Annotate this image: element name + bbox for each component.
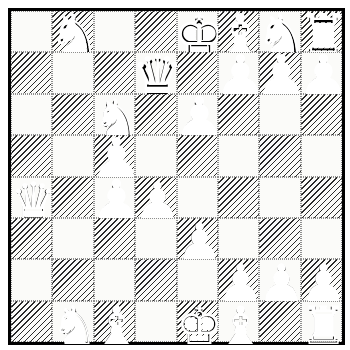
square-e4[interactable] (177, 177, 218, 218)
square-c4[interactable]: ♟♟ (94, 177, 135, 218)
square-b6[interactable] (52, 94, 93, 135)
square-a6[interactable] (11, 94, 52, 135)
white-knight-icon: ♘ (52, 301, 97, 350)
piece-black-pawn: ♟♟ (94, 177, 135, 218)
piece-black-king: ♚♚ (177, 11, 218, 52)
square-f2[interactable]: ♟♙ (218, 259, 259, 300)
square-e1[interactable]: ♚♔ (177, 301, 218, 342)
square-a3[interactable] (11, 218, 52, 259)
square-a8[interactable] (11, 11, 52, 52)
piece-white-knight: ♞♘ (94, 94, 135, 135)
square-h1[interactable]: ♜♖ (301, 301, 342, 342)
piece-black-pawn: ♟♟ (177, 94, 218, 135)
square-c2[interactable] (94, 259, 135, 300)
piece-white-pawn: ♟♙ (135, 177, 176, 218)
square-c3[interactable] (94, 218, 135, 259)
square-h2[interactable]: ♟♙ (301, 259, 342, 300)
piece-white-pawn: ♟♙ (259, 259, 300, 300)
chess-board: ♞♞♚♚♝♝♞♞♜♜♛♛♟♟♟♟♟♟♞♘♟♟♟♟♛♕♟♟♟♙♟♙♟♙♟♙♟♙♞♘… (8, 8, 345, 345)
square-a2[interactable] (11, 259, 52, 300)
white-rook-backing: ♜ (299, 299, 347, 350)
square-a7[interactable] (11, 52, 52, 93)
square-d5[interactable] (135, 135, 176, 176)
piece-white-pawn: ♟♙ (301, 259, 342, 300)
square-f4[interactable] (218, 177, 259, 218)
piece-white-queen: ♛♕ (11, 177, 52, 218)
square-g1[interactable] (259, 301, 300, 342)
square-g7[interactable]: ♟♟ (259, 52, 300, 93)
square-h5[interactable] (301, 135, 342, 176)
piece-black-pawn: ♟♟ (218, 52, 259, 93)
square-d1[interactable] (135, 301, 176, 342)
white-knight-backing: ♞ (51, 299, 99, 350)
piece-black-rook: ♜♜ (301, 11, 342, 52)
square-a4[interactable]: ♛♕ (11, 177, 52, 218)
square-e3[interactable]: ♟♙ (177, 218, 218, 259)
square-g8[interactable]: ♞♞ (259, 11, 300, 52)
square-d3[interactable] (135, 218, 176, 259)
white-rook-icon: ♖ (301, 301, 346, 350)
square-c5[interactable]: ♟♟ (94, 135, 135, 176)
square-b8[interactable]: ♞♞ (52, 11, 93, 52)
square-f6[interactable] (218, 94, 259, 135)
square-f7[interactable]: ♟♟ (218, 52, 259, 93)
square-c7[interactable] (94, 52, 135, 93)
piece-black-knight: ♞♞ (52, 11, 93, 52)
chess-diagram: ♞♞♚♚♝♝♞♞♜♜♛♛♟♟♟♟♟♟♞♘♟♟♟♟♛♕♟♟♟♙♟♙♟♙♟♙♟♙♞♘… (0, 0, 350, 350)
square-c1[interactable]: ♝♗ (94, 301, 135, 342)
square-d7[interactable]: ♛♛ (135, 52, 176, 93)
square-c8[interactable] (94, 11, 135, 52)
square-d6[interactable] (135, 94, 176, 135)
piece-black-pawn: ♟♟ (301, 52, 342, 93)
square-h6[interactable] (301, 94, 342, 135)
piece-black-knight: ♞♞ (259, 11, 300, 52)
square-g2[interactable]: ♟♙ (259, 259, 300, 300)
square-b1[interactable]: ♞♘ (52, 301, 93, 342)
square-g4[interactable] (259, 177, 300, 218)
square-g3[interactable] (259, 218, 300, 259)
piece-white-rook: ♜♖ (301, 301, 342, 342)
square-f5[interactable] (218, 135, 259, 176)
square-e8[interactable]: ♚♚ (177, 11, 218, 52)
square-e5[interactable] (177, 135, 218, 176)
square-h7[interactable]: ♟♟ (301, 52, 342, 93)
piece-white-pawn: ♟♙ (177, 218, 218, 259)
piece-white-pawn: ♟♙ (218, 259, 259, 300)
square-h4[interactable] (301, 177, 342, 218)
square-d2[interactable] (135, 259, 176, 300)
piece-black-queen: ♛♛ (135, 52, 176, 93)
square-f3[interactable] (218, 218, 259, 259)
piece-black-pawn: ♟♟ (259, 52, 300, 93)
square-b4[interactable] (52, 177, 93, 218)
square-b7[interactable] (52, 52, 93, 93)
square-d4[interactable]: ♟♙ (135, 177, 176, 218)
white-bishop-icon: ♗ (94, 301, 139, 350)
square-e6[interactable]: ♟♟ (177, 94, 218, 135)
square-b5[interactable] (52, 135, 93, 176)
square-g6[interactable] (259, 94, 300, 135)
white-king-backing: ♚ (175, 299, 223, 350)
square-b3[interactable] (52, 218, 93, 259)
square-f8[interactable]: ♝♝ (218, 11, 259, 52)
white-king-icon: ♔ (177, 301, 222, 350)
square-e7[interactable] (177, 52, 218, 93)
square-f1[interactable]: ♝♗ (218, 301, 259, 342)
square-e2[interactable] (177, 259, 218, 300)
white-bishop-backing: ♝ (217, 299, 265, 350)
piece-white-bishop: ♝♗ (218, 301, 259, 342)
piece-white-bishop: ♝♗ (94, 301, 135, 342)
square-a5[interactable] (11, 135, 52, 176)
white-bishop-icon: ♗ (218, 301, 263, 350)
square-g5[interactable] (259, 135, 300, 176)
piece-white-knight: ♞♘ (52, 301, 93, 342)
piece-black-pawn: ♟♟ (94, 135, 135, 176)
white-bishop-backing: ♝ (92, 299, 140, 350)
piece-white-king: ♚♔ (177, 301, 218, 342)
square-h3[interactable] (301, 218, 342, 259)
square-h8[interactable]: ♜♜ (301, 11, 342, 52)
square-a1[interactable] (11, 301, 52, 342)
square-c6[interactable]: ♞♘ (94, 94, 135, 135)
square-d8[interactable] (135, 11, 176, 52)
piece-black-bishop: ♝♝ (218, 11, 259, 52)
square-b2[interactable] (52, 259, 93, 300)
